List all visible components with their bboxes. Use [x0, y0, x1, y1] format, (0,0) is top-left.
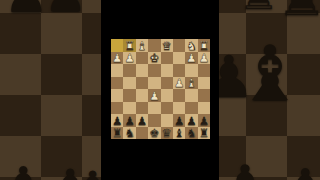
square-a2[interactable]: ♟: [198, 52, 210, 65]
square-g6[interactable]: [123, 102, 135, 115]
square-c1[interactable]: [173, 39, 185, 52]
black-king[interactable]: ♚: [149, 128, 159, 140]
white-pawn[interactable]: ♟: [112, 53, 122, 65]
black-pawn[interactable]: ♟: [174, 115, 184, 127]
square-h5[interactable]: [111, 89, 123, 102]
square-e3[interactable]: [148, 64, 160, 77]
square-d1[interactable]: ♛: [161, 39, 173, 52]
black-pawn[interactable]: ♟: [137, 115, 147, 127]
square-d2[interactable]: [161, 52, 173, 65]
square-f1[interactable]: ♝: [136, 39, 148, 52]
black-pawn[interactable]: ♟: [124, 115, 134, 127]
square-c5[interactable]: [173, 89, 185, 102]
background-pawn-silhouette: ♟: [282, 162, 320, 180]
white-pawn[interactable]: ♟: [186, 53, 196, 65]
square-e5[interactable]: ♟: [148, 89, 160, 102]
square-e7[interactable]: [148, 114, 160, 127]
white-bishop[interactable]: ♝: [186, 78, 196, 90]
square-c6[interactable]: [173, 102, 185, 115]
square-b4[interactable]: ♝: [185, 77, 197, 90]
square-e2[interactable]: ♚: [148, 52, 160, 65]
black-queen[interactable]: ♛: [162, 128, 172, 140]
black-rook[interactable]: ♜: [199, 128, 209, 140]
square-a7[interactable]: ♟: [198, 114, 210, 127]
square-a6[interactable]: [198, 102, 210, 115]
background-pawn-silhouette: ♟: [4, 0, 49, 20]
square-a5[interactable]: [198, 89, 210, 102]
square-h1[interactable]: [111, 39, 123, 52]
square-f7[interactable]: ♟: [136, 114, 148, 127]
square-h7[interactable]: ♟: [111, 114, 123, 127]
video-frame: ♟♟♜♜♟♝♟♟♟♟♟ ♜♝♛♞♜♟♟♚♟♟♟♝♟♟♟♟♟♟♟♜♞♚♛♝♞♜: [0, 0, 320, 180]
square-a3[interactable]: [198, 64, 210, 77]
square-b7[interactable]: ♟: [185, 114, 197, 127]
black-knight[interactable]: ♞: [124, 128, 134, 140]
square-c8[interactable]: ♝: [173, 127, 185, 140]
square-g1[interactable]: ♜: [123, 39, 135, 52]
square-g8[interactable]: ♞: [123, 127, 135, 140]
square-e8[interactable]: ♚: [148, 127, 160, 140]
square-g7[interactable]: ♟: [123, 114, 135, 127]
square-e4[interactable]: [148, 77, 160, 90]
square-d4[interactable]: [161, 77, 173, 90]
square-h6[interactable]: [111, 102, 123, 115]
square-b6[interactable]: [185, 102, 197, 115]
background-pawn-silhouette: ♟: [0, 160, 47, 180]
square-h2[interactable]: ♟: [111, 52, 123, 65]
square-f2[interactable]: [136, 52, 148, 65]
square-g5[interactable]: [123, 89, 135, 102]
square-a4[interactable]: [198, 77, 210, 90]
black-pawn[interactable]: ♟: [199, 115, 209, 127]
square-g3[interactable]: [123, 64, 135, 77]
square-d7[interactable]: [161, 114, 173, 127]
square-b3[interactable]: [185, 64, 197, 77]
white-pawn[interactable]: ♟: [124, 53, 134, 65]
white-pawn[interactable]: ♟: [149, 90, 159, 102]
square-b1[interactable]: ♞: [185, 39, 197, 52]
square-c7[interactable]: ♟: [173, 114, 185, 127]
square-b5[interactable]: [185, 89, 197, 102]
square-e6[interactable]: [148, 102, 160, 115]
square-f5[interactable]: [136, 89, 148, 102]
square-h3[interactable]: [111, 64, 123, 77]
square-d5[interactable]: [161, 89, 173, 102]
square-b8[interactable]: ♞: [185, 127, 197, 140]
square-e1[interactable]: [148, 39, 160, 52]
background-rook-silhouette: ♜: [276, 0, 320, 24]
square-d6[interactable]: [161, 102, 173, 115]
square-f3[interactable]: [136, 64, 148, 77]
square-g2[interactable]: ♟: [123, 52, 135, 65]
white-rook[interactable]: ♜: [124, 40, 134, 52]
square-f4[interactable]: [136, 77, 148, 90]
square-a1[interactable]: ♜: [198, 39, 210, 52]
square-f6[interactable]: [136, 102, 148, 115]
background-rook-silhouette: ♜: [238, 0, 279, 16]
square-h8[interactable]: ♜: [111, 127, 123, 140]
black-pawn[interactable]: ♟: [112, 115, 122, 127]
square-h4[interactable]: [111, 77, 123, 90]
square-g4[interactable]: [123, 77, 135, 90]
square-c2[interactable]: [173, 52, 185, 65]
white-king[interactable]: ♚: [149, 53, 159, 65]
background-pawn-silhouette: ♟: [220, 158, 270, 180]
square-d8[interactable]: ♛: [161, 127, 173, 140]
square-f8[interactable]: [136, 127, 148, 140]
background-pawn-silhouette: ♟: [44, 0, 87, 18]
white-pawn[interactable]: ♟: [199, 53, 209, 65]
white-rook[interactable]: ♜: [199, 40, 209, 52]
square-b2[interactable]: ♟: [185, 52, 197, 65]
black-bishop[interactable]: ♝: [174, 128, 184, 140]
black-knight[interactable]: ♞: [186, 128, 196, 140]
black-pawn[interactable]: ♟: [186, 115, 196, 127]
black-rook[interactable]: ♜: [112, 128, 122, 140]
chess-board: ♜♝♛♞♜♟♟♚♟♟♟♝♟♟♟♟♟♟♟♜♞♚♛♝♞♜: [111, 39, 210, 139]
white-knight[interactable]: ♞: [186, 40, 196, 52]
white-pawn[interactable]: ♟: [174, 78, 184, 90]
square-c4[interactable]: ♟: [173, 77, 185, 90]
white-queen[interactable]: ♛: [162, 40, 172, 52]
square-d3[interactable]: [161, 64, 173, 77]
square-c3[interactable]: [173, 64, 185, 77]
white-bishop[interactable]: ♝: [137, 40, 147, 52]
square-a8[interactable]: ♜: [198, 127, 210, 140]
background-bishop-silhouette: ♝: [236, 36, 304, 112]
